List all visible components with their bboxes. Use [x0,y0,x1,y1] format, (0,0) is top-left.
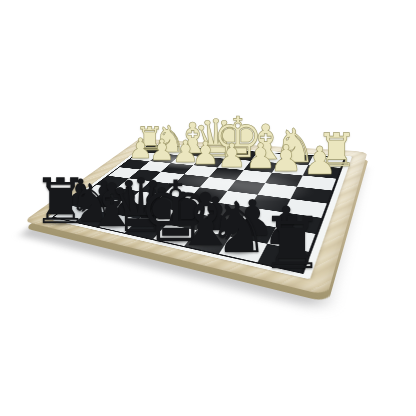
chess-set-photo: ♜♞♝♛♚♝♞♜♟♟♟♟♟♟♟♟♟♟♟♟♟♟♟♟♜♞♝♛♚♝♞♜ [0,0,416,416]
